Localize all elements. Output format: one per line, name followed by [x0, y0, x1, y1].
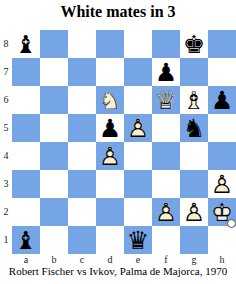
square-g5[interactable]: ♞ — [180, 114, 208, 142]
square-h1[interactable] — [208, 226, 236, 254]
square-a7[interactable] — [12, 58, 40, 86]
square-d4[interactable]: ♟♙ — [96, 142, 124, 170]
square-h3[interactable]: ♟♙ — [208, 170, 236, 198]
piece-white-pawn-h3[interactable]: ♟♙ — [208, 170, 236, 198]
square-d1[interactable] — [96, 226, 124, 254]
square-b1[interactable] — [40, 226, 68, 254]
square-g3[interactable] — [180, 170, 208, 198]
square-h7[interactable] — [208, 58, 236, 86]
piece-black-bishop-a8[interactable]: ♝ — [12, 30, 40, 58]
square-g8[interactable]: ♚ — [180, 30, 208, 58]
square-f3[interactable] — [152, 170, 180, 198]
piece-white-queen-f6[interactable]: ♛♕ — [152, 86, 180, 114]
piece-white-bishop-g6[interactable]: ♝♗ — [180, 86, 208, 114]
square-c2[interactable] — [68, 198, 96, 226]
square-g6[interactable]: ♝♗ — [180, 86, 208, 114]
rank-label-6: 6 — [0, 86, 12, 114]
piece-black-knight-g5[interactable]: ♞ — [180, 114, 208, 142]
square-c8[interactable] — [68, 30, 96, 58]
piece-black-king-g8[interactable]: ♚ — [180, 30, 208, 58]
square-f6[interactable]: ♛♕ — [152, 86, 180, 114]
square-f5[interactable] — [152, 114, 180, 142]
square-b5[interactable] — [40, 114, 68, 142]
rank-label-7: 7 — [0, 58, 12, 86]
square-a3[interactable] — [12, 170, 40, 198]
square-c6[interactable] — [68, 86, 96, 114]
square-f4[interactable] — [152, 142, 180, 170]
square-c4[interactable] — [68, 142, 96, 170]
rank-label-4: 4 — [0, 142, 12, 170]
square-b6[interactable] — [40, 86, 68, 114]
piece-white-knight-d6[interactable]: ♞♘ — [96, 86, 124, 114]
square-f2[interactable]: ♟♙ — [152, 198, 180, 226]
square-g4[interactable] — [180, 142, 208, 170]
square-c5[interactable] — [68, 114, 96, 142]
square-g1[interactable] — [180, 226, 208, 254]
game-caption: Robert Fischer vs Ivkov, Palma de Majorc… — [0, 265, 236, 277]
white-piece-outline: ♕ — [152, 86, 180, 114]
piece-white-pawn-g2[interactable]: ♟♙ — [180, 198, 208, 226]
puzzle-title: White mates in 3 — [0, 3, 236, 21]
square-b3[interactable] — [40, 170, 68, 198]
square-e2[interactable] — [124, 198, 152, 226]
white-piece-outline: ♙ — [152, 198, 180, 226]
white-piece-outline: ♘ — [96, 86, 124, 114]
square-h8[interactable] — [208, 30, 236, 58]
square-h5[interactable] — [208, 114, 236, 142]
white-piece-outline: ♙ — [96, 142, 124, 170]
square-f7[interactable]: ♟ — [152, 58, 180, 86]
square-f8[interactable] — [152, 30, 180, 58]
square-a5[interactable] — [12, 114, 40, 142]
square-a1[interactable]: ♝ — [12, 226, 40, 254]
white-piece-outline: ♗ — [180, 86, 208, 114]
square-e6[interactable] — [124, 86, 152, 114]
white-to-move-indicator — [227, 219, 236, 228]
square-b7[interactable] — [40, 58, 68, 86]
square-a4[interactable] — [12, 142, 40, 170]
square-c1[interactable] — [68, 226, 96, 254]
square-e1[interactable]: ♛ — [124, 226, 152, 254]
square-d5[interactable]: ♟ — [96, 114, 124, 142]
piece-white-pawn-d4[interactable]: ♟♙ — [96, 142, 124, 170]
square-e8[interactable] — [124, 30, 152, 58]
rank-label-5: 5 — [0, 114, 12, 142]
square-b2[interactable] — [40, 198, 68, 226]
square-d6[interactable]: ♞♘ — [96, 86, 124, 114]
piece-black-pawn-f7[interactable]: ♟ — [152, 58, 180, 86]
piece-black-queen-e1[interactable]: ♛ — [124, 226, 152, 254]
square-e4[interactable] — [124, 142, 152, 170]
piece-white-pawn-f2[interactable]: ♟♙ — [152, 198, 180, 226]
square-a6[interactable] — [12, 86, 40, 114]
piece-black-bishop-a1[interactable]: ♝ — [12, 226, 40, 254]
white-piece-outline: ♙ — [208, 170, 236, 198]
rank-label-2: 2 — [0, 198, 12, 226]
square-h4[interactable] — [208, 142, 236, 170]
square-e5[interactable]: ♟♙ — [124, 114, 152, 142]
square-d3[interactable] — [96, 170, 124, 198]
rank-label-8: 8 — [0, 30, 12, 58]
square-d7[interactable] — [96, 58, 124, 86]
white-piece-outline: ♙ — [180, 198, 208, 226]
square-e7[interactable] — [124, 58, 152, 86]
rank-label-3: 3 — [0, 170, 12, 198]
square-b8[interactable] — [40, 30, 68, 58]
square-b4[interactable] — [40, 142, 68, 170]
square-g7[interactable] — [180, 58, 208, 86]
rank-label-1: 1 — [0, 226, 12, 254]
chess-board: ♝♚♟♞♘♛♕♝♗♟♟♟♙♞♟♙♟♙♟♙♟♙♚♔♝♛ — [12, 30, 236, 254]
square-c7[interactable] — [68, 58, 96, 86]
piece-black-pawn-h6[interactable]: ♟ — [208, 86, 236, 114]
piece-black-pawn-d5[interactable]: ♟ — [96, 114, 124, 142]
square-h6[interactable]: ♟ — [208, 86, 236, 114]
square-g2[interactable]: ♟♙ — [180, 198, 208, 226]
rank-labels: 87654321 — [0, 30, 12, 254]
square-a8[interactable]: ♝ — [12, 30, 40, 58]
square-d8[interactable] — [96, 30, 124, 58]
square-a2[interactable] — [12, 198, 40, 226]
square-f1[interactable] — [152, 226, 180, 254]
piece-white-pawn-e5[interactable]: ♟♙ — [124, 114, 152, 142]
square-c3[interactable] — [68, 170, 96, 198]
square-e3[interactable] — [124, 170, 152, 198]
square-d2[interactable] — [96, 198, 124, 226]
white-piece-outline: ♙ — [124, 114, 152, 142]
